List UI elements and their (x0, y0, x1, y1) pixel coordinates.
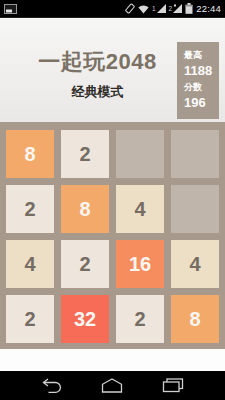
board-cell (171, 185, 219, 233)
sim1-signal-icon (157, 4, 166, 13)
best-score-value: 1188 (184, 62, 219, 80)
board-cell: 2 (61, 130, 109, 178)
screen: 1 2 22:44 一起玩2048 经典模式 (0, 0, 225, 400)
recents-button[interactable] (153, 371, 193, 400)
board-cell: 4 (116, 185, 164, 233)
back-button[interactable] (32, 371, 72, 400)
board-cell: 2 (6, 185, 54, 233)
current-score-value: 196 (184, 94, 219, 112)
back-icon (41, 378, 63, 394)
app-title: 一起玩2048 (18, 48, 177, 76)
status-bar-right: 1 2 22:44 (125, 3, 221, 14)
sim2-signal-icon (173, 4, 182, 13)
best-score-label: 最高 (184, 48, 219, 62)
bottom-spacer (0, 349, 225, 371)
board-cell: 2 (61, 240, 109, 288)
sim2-label: 2 (169, 4, 173, 13)
score-box: 最高 1188 分数 196 (177, 42, 219, 119)
sim1-signal: 1 (152, 4, 166, 13)
game-mode-label: 经典模式 (18, 83, 177, 101)
battery-icon (185, 3, 193, 14)
screenshot-icon (4, 4, 17, 14)
sim2-signal: 2 (169, 4, 183, 13)
current-score-label: 分数 (184, 80, 219, 94)
board-cell: 4 (171, 240, 219, 288)
board-cell: 2 (116, 295, 164, 343)
board-cell: 4 (6, 240, 54, 288)
navigation-bar (0, 371, 225, 400)
board-cell (171, 130, 219, 178)
header: 一起玩2048 经典模式 最高 1188 分数 196 (0, 18, 225, 122)
status-bar-left (4, 4, 17, 14)
board-cell: 32 (61, 295, 109, 343)
board-cell: 8 (171, 295, 219, 343)
vibrate-icon (125, 3, 135, 14)
title-block: 一起玩2048 经典模式 (0, 18, 177, 122)
game-board[interactable]: 8 2 2 8 4 4 2 16 4 2 32 2 8 (0, 122, 225, 349)
board-cell: 16 (116, 240, 164, 288)
sim1-label: 1 (152, 4, 156, 13)
board-cell: 8 (6, 130, 54, 178)
board-cell: 8 (61, 185, 109, 233)
board-cell: 2 (6, 295, 54, 343)
wifi-icon (138, 4, 149, 14)
home-icon (101, 378, 123, 393)
status-bar[interactable]: 1 2 22:44 (0, 0, 225, 18)
recents-icon (162, 378, 184, 393)
board-cell (116, 130, 164, 178)
clock: 22:44 (196, 3, 221, 14)
home-button[interactable] (92, 371, 132, 400)
